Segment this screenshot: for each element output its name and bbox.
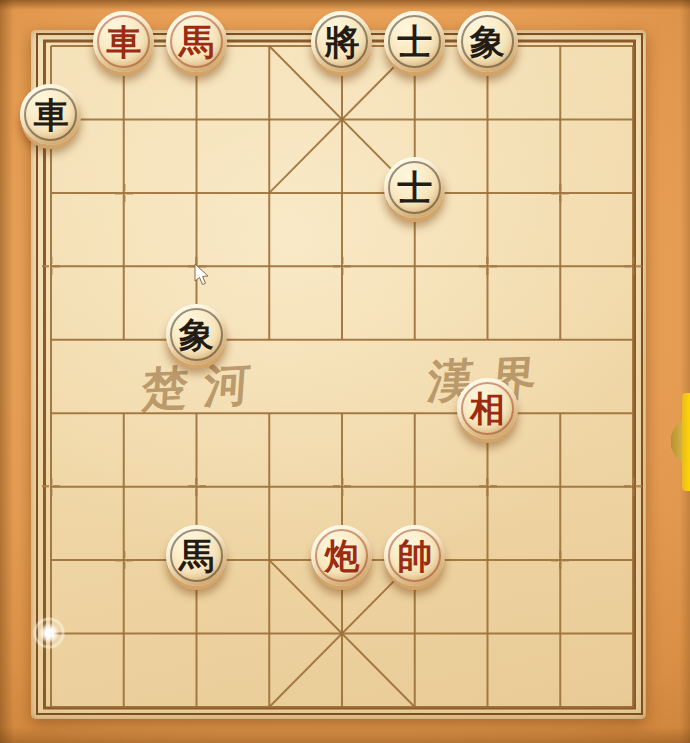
piece-red-horse[interactable]: 馬 bbox=[166, 11, 227, 72]
piece-glyph: 士 bbox=[397, 24, 432, 59]
side-panel-tab[interactable] bbox=[682, 393, 690, 491]
piece-black-advisor[interactable]: 士 bbox=[384, 157, 445, 218]
piece-glyph: 士 bbox=[397, 170, 432, 205]
piece-red-cannon[interactable]: 炮 bbox=[311, 525, 372, 586]
piece-red-elephant[interactable]: 相 bbox=[457, 378, 518, 439]
piece-black-general[interactable]: 將 bbox=[311, 11, 372, 72]
piece-black-elephant[interactable]: 象 bbox=[457, 11, 518, 72]
piece-red-chariot[interactable]: 車 bbox=[93, 11, 154, 72]
piece-red-general[interactable]: 帥 bbox=[384, 525, 445, 586]
piece-black-elephant[interactable]: 象 bbox=[166, 304, 227, 365]
piece-glyph: 馬 bbox=[179, 538, 214, 573]
piece-glyph: 車 bbox=[106, 24, 141, 59]
piece-glyph: 相 bbox=[470, 391, 505, 426]
piece-glyph: 馬 bbox=[179, 24, 214, 59]
piece-glyph: 將 bbox=[324, 24, 359, 59]
piece-glyph: 象 bbox=[470, 24, 505, 59]
piece-black-chariot[interactable]: 車 bbox=[20, 84, 81, 145]
pieces-grid: 車馬將士象車士象相馬炮帥 bbox=[15, 9, 670, 743]
piece-glyph: 象 bbox=[179, 317, 214, 352]
xiangqi-game-screen: 楚河 漢界 車馬將士象車士象相馬炮帥 bbox=[0, 0, 690, 743]
piece-glyph: 帥 bbox=[397, 538, 432, 573]
piece-glyph: 炮 bbox=[324, 538, 359, 573]
piece-black-horse[interactable]: 馬 bbox=[166, 525, 227, 586]
piece-glyph: 車 bbox=[33, 97, 68, 132]
piece-black-advisor[interactable]: 士 bbox=[384, 11, 445, 72]
